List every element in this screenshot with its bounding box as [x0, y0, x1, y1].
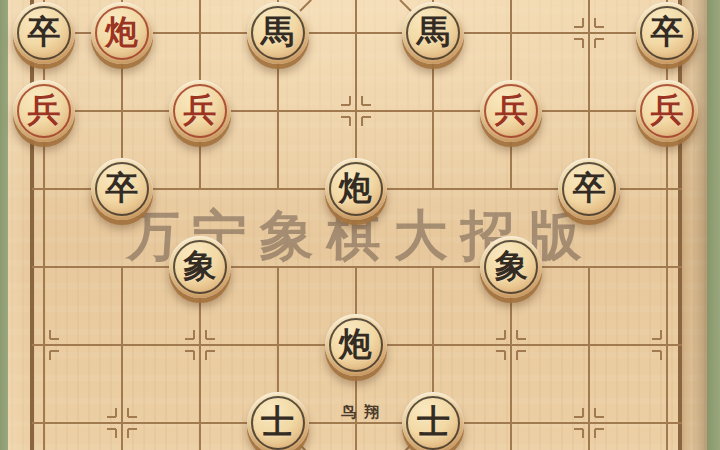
xiangqi-board[interactable]: 卒炮馬馬卒兵兵兵兵卒炮卒象象炮士士 — [5, 0, 706, 450]
piece-black-horse[interactable]: 馬 — [247, 2, 309, 64]
piece-black-advisor[interactable]: 士 — [247, 392, 309, 450]
piece-character: 象 — [480, 235, 542, 297]
piece-character: 炮 — [91, 1, 153, 63]
piece-character: 士 — [402, 391, 464, 450]
piece-red-soldier[interactable]: 兵 — [13, 80, 75, 142]
piece-character: 馬 — [247, 1, 309, 63]
piece-black-soldier[interactable]: 卒 — [558, 158, 620, 220]
piece-red-soldier[interactable]: 兵 — [636, 80, 698, 142]
piece-black-advisor[interactable]: 士 — [402, 392, 464, 450]
piece-character: 象 — [169, 235, 231, 297]
xiangqi-game-screen: 万宁象棋大招版 鸟翔 卒炮馬馬卒兵兵兵兵卒炮卒象象炮士士 — [0, 0, 720, 450]
piece-red-cannon[interactable]: 炮 — [91, 2, 153, 64]
piece-red-soldier[interactable]: 兵 — [169, 80, 231, 142]
piece-character: 兵 — [169, 79, 231, 141]
piece-character: 卒 — [13, 1, 75, 63]
piece-black-soldier[interactable]: 卒 — [636, 2, 698, 64]
piece-character: 炮 — [325, 157, 387, 219]
piece-character: 兵 — [636, 79, 698, 141]
piece-character: 兵 — [480, 79, 542, 141]
piece-black-cannon[interactable]: 炮 — [325, 314, 387, 376]
piece-character: 卒 — [91, 157, 153, 219]
piece-black-soldier[interactable]: 卒 — [91, 158, 153, 220]
piece-black-elephant[interactable]: 象 — [169, 236, 231, 298]
piece-character: 馬 — [402, 1, 464, 63]
piece-character: 卒 — [558, 157, 620, 219]
piece-black-cannon[interactable]: 炮 — [325, 158, 387, 220]
piece-character: 卒 — [636, 1, 698, 63]
piece-black-horse[interactable]: 馬 — [402, 2, 464, 64]
piece-character: 士 — [247, 391, 309, 450]
piece-black-elephant[interactable]: 象 — [480, 236, 542, 298]
piece-character: 炮 — [325, 313, 387, 375]
piece-black-soldier[interactable]: 卒 — [13, 2, 75, 64]
piece-red-soldier[interactable]: 兵 — [480, 80, 542, 142]
piece-character: 兵 — [13, 79, 75, 141]
